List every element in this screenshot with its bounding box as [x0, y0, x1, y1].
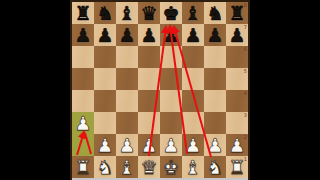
square-h6[interactable]: 6 — [226, 46, 248, 68]
square-f4[interactable] — [182, 90, 204, 112]
rank-label-5: 5 — [244, 68, 247, 74]
piece-black-pawn: ♟ — [72, 24, 94, 46]
square-a7[interactable]: ♟ — [72, 24, 94, 46]
piece-black-knight: ♞ — [94, 2, 116, 24]
piece-white-pawn: ♟ — [204, 134, 226, 156]
square-g8[interactable]: ♞ — [204, 2, 226, 24]
piece-black-pawn: ♟ — [226, 24, 248, 46]
piece-white-king: ♚ — [160, 156, 182, 178]
square-b3[interactable] — [94, 112, 116, 134]
rank-label-3: 3 — [244, 112, 247, 118]
piece-black-pawn: ♟ — [204, 24, 226, 46]
chess-board: ♜♞♝♛♚♝♞♜8♟♟♟♟♟♟♟♟7654♟3♟♟♟♟♟♟♟2♜♞♝♛♚♝♞♜1 — [72, 2, 248, 178]
piece-white-pawn: ♟ — [94, 134, 116, 156]
square-e4[interactable] — [160, 90, 182, 112]
square-d4[interactable] — [138, 90, 160, 112]
square-a8[interactable]: ♜ — [72, 2, 94, 24]
piece-black-pawn: ♟ — [94, 24, 116, 46]
rank-label-4: 4 — [244, 90, 247, 96]
square-h4[interactable]: 4 — [226, 90, 248, 112]
square-a1[interactable]: ♜ — [72, 156, 94, 178]
square-c2[interactable]: ♟ — [116, 134, 138, 156]
piece-white-rook: ♜ — [226, 156, 248, 178]
piece-white-bishop: ♝ — [182, 156, 204, 178]
square-e7[interactable]: ♟ — [160, 24, 182, 46]
square-g4[interactable] — [204, 90, 226, 112]
piece-white-knight: ♞ — [204, 156, 226, 178]
square-g3[interactable] — [204, 112, 226, 134]
square-c4[interactable] — [116, 90, 138, 112]
video-frame: ♜♞♝♛♚♝♞♜8♟♟♟♟♟♟♟♟7654♟3♟♟♟♟♟♟♟2♜♞♝♛♚♝♞♜1 — [0, 0, 320, 180]
square-h1[interactable]: ♜1 — [226, 156, 248, 178]
square-e1[interactable]: ♚ — [160, 156, 182, 178]
square-h8[interactable]: ♜8 — [226, 2, 248, 24]
square-b6[interactable] — [94, 46, 116, 68]
piece-black-rook: ♜ — [72, 2, 94, 24]
piece-white-pawn: ♟ — [116, 134, 138, 156]
piece-white-pawn: ♟ — [138, 134, 160, 156]
square-b1[interactable]: ♞ — [94, 156, 116, 178]
square-f8[interactable]: ♝ — [182, 2, 204, 24]
square-b4[interactable] — [94, 90, 116, 112]
rank-label-2: 2 — [244, 134, 247, 140]
piece-black-knight: ♞ — [204, 2, 226, 24]
board-frame: ♜♞♝♛♚♝♞♜8♟♟♟♟♟♟♟♟7654♟3♟♟♟♟♟♟♟2♜♞♝♛♚♝♞♜1 — [70, 0, 250, 180]
letterbox-left — [0, 0, 70, 180]
piece-white-bishop: ♝ — [116, 156, 138, 178]
rank-label-1: 1 — [244, 156, 247, 162]
square-e2[interactable]: ♟ — [160, 134, 182, 156]
square-c7[interactable]: ♟ — [116, 24, 138, 46]
square-e6[interactable] — [160, 46, 182, 68]
square-a6[interactable] — [72, 46, 94, 68]
square-c8[interactable]: ♝ — [116, 2, 138, 24]
square-g5[interactable] — [204, 68, 226, 90]
square-d8[interactable]: ♛ — [138, 2, 160, 24]
board-bottom-edge — [72, 178, 248, 180]
square-f1[interactable]: ♝ — [182, 156, 204, 178]
square-c3[interactable] — [116, 112, 138, 134]
square-a5[interactable] — [72, 68, 94, 90]
piece-black-pawn: ♟ — [160, 24, 182, 46]
square-h7[interactable]: ♟7 — [226, 24, 248, 46]
rank-label-7: 7 — [244, 24, 247, 30]
square-g7[interactable]: ♟ — [204, 24, 226, 46]
square-h5[interactable]: 5 — [226, 68, 248, 90]
square-f2[interactable]: ♟ — [182, 134, 204, 156]
square-d1[interactable]: ♛ — [138, 156, 160, 178]
piece-black-queen: ♛ — [138, 2, 160, 24]
square-e3[interactable] — [160, 112, 182, 134]
piece-white-pawn: ♟ — [226, 134, 248, 156]
square-c6[interactable] — [116, 46, 138, 68]
piece-black-bishop: ♝ — [116, 2, 138, 24]
piece-white-queen: ♛ — [138, 156, 160, 178]
square-d6[interactable] — [138, 46, 160, 68]
square-d5[interactable] — [138, 68, 160, 90]
square-g2[interactable]: ♟ — [204, 134, 226, 156]
square-h3[interactable]: 3 — [226, 112, 248, 134]
square-c5[interactable] — [116, 68, 138, 90]
rank-label-6: 6 — [244, 46, 247, 52]
square-d7[interactable]: ♟ — [138, 24, 160, 46]
square-h2[interactable]: ♟2 — [226, 134, 248, 156]
square-f5[interactable] — [182, 68, 204, 90]
piece-white-pawn: ♟ — [72, 112, 94, 134]
piece-black-king: ♚ — [160, 2, 182, 24]
square-g1[interactable]: ♞ — [204, 156, 226, 178]
piece-black-pawn: ♟ — [116, 24, 138, 46]
piece-black-pawn: ♟ — [182, 24, 204, 46]
rank-label-8: 8 — [244, 2, 247, 8]
square-g6[interactable] — [204, 46, 226, 68]
piece-white-pawn: ♟ — [182, 134, 204, 156]
square-f7[interactable]: ♟ — [182, 24, 204, 46]
piece-white-pawn: ♟ — [160, 134, 182, 156]
square-a2[interactable] — [72, 134, 94, 156]
piece-white-knight: ♞ — [94, 156, 116, 178]
square-d2[interactable]: ♟ — [138, 134, 160, 156]
square-e5[interactable] — [160, 68, 182, 90]
square-d3[interactable] — [138, 112, 160, 134]
square-b2[interactable]: ♟ — [94, 134, 116, 156]
square-e8[interactable]: ♚ — [160, 2, 182, 24]
piece-black-rook: ♜ — [226, 2, 248, 24]
square-b8[interactable]: ♞ — [94, 2, 116, 24]
letterbox-right — [250, 0, 320, 180]
square-f6[interactable] — [182, 46, 204, 68]
square-b5[interactable] — [94, 68, 116, 90]
square-b7[interactable]: ♟ — [94, 24, 116, 46]
square-c1[interactable]: ♝ — [116, 156, 138, 178]
piece-black-bishop: ♝ — [182, 2, 204, 24]
piece-white-rook: ♜ — [72, 156, 94, 178]
piece-black-pawn: ♟ — [138, 24, 160, 46]
square-a3[interactable]: ♟ — [72, 112, 94, 134]
square-a4[interactable] — [72, 90, 94, 112]
square-f3[interactable] — [182, 112, 204, 134]
